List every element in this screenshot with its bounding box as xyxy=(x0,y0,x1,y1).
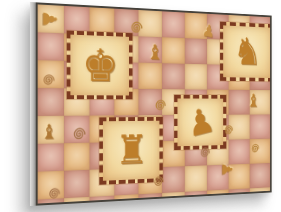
bishop-small-icon: ♝ xyxy=(147,42,163,63)
framed-king-vignette: ♚ xyxy=(67,31,133,100)
king-piece-icon: ♚ xyxy=(82,43,119,88)
pawn-small-icon: ♟ xyxy=(201,22,215,41)
artwork: ♚♞♜♟♟♟♝♝♝♟ xyxy=(36,2,272,205)
chess-art-print: ♚♞♜♟♟♟♝♝♝♟ xyxy=(30,2,272,206)
pawn-lying-icon: ♟ xyxy=(220,162,234,177)
pawn-lying-icon: ♟ xyxy=(40,10,59,29)
framed-pawn-vignette: ♟ xyxy=(174,95,226,150)
page-background: ♚♞♜♟♟♟♝♝♝♟ xyxy=(0,0,281,212)
bishop-small-icon: ♝ xyxy=(247,92,260,110)
spiral-icon xyxy=(45,185,62,204)
rook-piece-icon: ♜ xyxy=(115,130,147,171)
spiral-icon xyxy=(152,97,168,115)
spiral-icon xyxy=(151,173,165,189)
pawn-piece-icon: ♟ xyxy=(184,102,217,142)
knight-piece-icon: ♞ xyxy=(233,33,261,71)
motif-overlay: ♚♞♜♟♟♟♝♝♝♟ xyxy=(38,4,271,203)
spiral-icon xyxy=(127,18,144,38)
spiral-icon xyxy=(69,124,87,144)
spiral-icon xyxy=(198,144,212,161)
spiral-icon xyxy=(249,142,261,156)
framed-knight-vignette: ♞ xyxy=(220,22,271,82)
bishop-small-icon: ♝ xyxy=(41,122,58,142)
spiral-icon xyxy=(40,71,57,89)
spiral-icon xyxy=(222,123,235,138)
